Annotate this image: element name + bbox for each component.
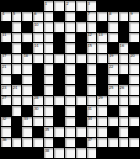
cell-r2c6 <box>54 12 64 22</box>
cell-r4c10[interactable]: 13 <box>97 33 107 43</box>
cell-r1c7[interactable]: 2 <box>65 1 75 11</box>
cell-r1c13 <box>129 1 139 11</box>
clue-number-25: 25 <box>109 86 113 90</box>
cell-r8c10 <box>97 75 107 85</box>
cell-r15c11 <box>108 148 118 158</box>
cell-r5c5[interactable] <box>44 43 54 53</box>
cell-r5c8 <box>76 43 86 53</box>
cell-r5c7[interactable] <box>65 43 75 53</box>
cell-r11c8 <box>76 106 86 116</box>
clue-number-21: 21 <box>2 65 6 69</box>
cell-r4c11[interactable] <box>108 33 118 43</box>
cell-r12c2 <box>12 117 22 127</box>
cell-r12c13[interactable] <box>129 117 139 127</box>
cell-r1c4 <box>33 1 43 11</box>
cell-r13c2 <box>12 127 22 137</box>
cell-r12c12[interactable] <box>119 117 129 127</box>
cell-r1c2 <box>12 1 22 11</box>
cell-r12c10[interactable] <box>97 117 107 127</box>
cell-r9c2[interactable]: 24 <box>12 85 22 95</box>
cell-r14c8 <box>76 138 86 148</box>
cell-r12c9[interactable]: 34 <box>87 117 97 127</box>
clue-number-22: 22 <box>109 65 113 69</box>
cell-r13c7[interactable] <box>65 127 75 137</box>
cell-r5c4[interactable]: 14 <box>33 43 43 53</box>
cell-r10c11[interactable] <box>108 96 118 106</box>
cell-r5c2[interactable] <box>12 43 22 53</box>
cell-r2c11[interactable]: 8 <box>108 12 118 22</box>
cell-r8c12 <box>119 75 129 85</box>
cell-r11c1 <box>1 106 11 116</box>
cell-r14c1[interactable]: 36 <box>1 138 11 148</box>
cell-r4c13[interactable] <box>129 33 139 43</box>
cell-r3c1 <box>1 22 11 32</box>
cell-r9c6 <box>54 85 64 95</box>
cell-r11c6 <box>54 106 64 116</box>
clue-number-6: 6 <box>34 12 36 16</box>
cell-r4c6 <box>54 33 64 43</box>
cell-r10c7[interactable] <box>65 96 75 106</box>
cell-r2c1[interactable]: 4 <box>1 12 11 22</box>
cell-r13c6[interactable] <box>54 127 64 137</box>
cell-r8c11[interactable] <box>108 75 118 85</box>
cell-r2c2[interactable]: 5 <box>12 12 22 22</box>
cell-r15c5[interactable]: 38 <box>44 148 54 158</box>
cell-r7c10 <box>97 64 107 74</box>
cell-r15c13 <box>129 148 139 158</box>
cell-r4c4[interactable] <box>33 33 43 43</box>
clue-number-24: 24 <box>13 86 17 90</box>
cell-r11c2[interactable] <box>12 106 22 116</box>
cell-r4c2[interactable] <box>12 33 22 43</box>
cell-r7c13[interactable] <box>129 64 139 74</box>
cell-r9c8 <box>76 85 86 95</box>
clue-number-35: 35 <box>45 128 49 132</box>
cell-r6c6[interactable] <box>54 54 64 64</box>
cell-r8c4 <box>33 75 43 85</box>
clue-number-27: 27 <box>2 96 6 100</box>
crossword-grid: 1234567891011121314151617181920212223242… <box>0 0 140 159</box>
cell-r13c8[interactable] <box>76 127 86 137</box>
cell-r1c11 <box>108 1 118 11</box>
cell-r8c5[interactable] <box>44 75 54 85</box>
cell-r2c12[interactable] <box>119 12 129 22</box>
cell-r10c4[interactable]: 28 <box>33 96 43 106</box>
cell-r12c6 <box>54 117 64 127</box>
clue-number-12: 12 <box>88 33 92 37</box>
cell-r7c4 <box>33 64 43 74</box>
cell-r8c2 <box>12 75 22 85</box>
cell-r9c9[interactable] <box>87 85 97 95</box>
clue-number-33: 33 <box>23 117 27 121</box>
cell-r14c12[interactable] <box>119 138 129 148</box>
cell-r2c4[interactable]: 6 <box>33 12 43 22</box>
cell-r9c3[interactable] <box>22 85 32 95</box>
cell-r11c12[interactable] <box>119 106 129 116</box>
cell-r6c9[interactable] <box>87 54 97 64</box>
cell-r9c11[interactable]: 25 <box>108 85 118 95</box>
clue-number-34: 34 <box>88 117 92 121</box>
cell-r13c4 <box>33 127 43 137</box>
clue-number-29: 29 <box>98 96 102 100</box>
cell-r3c8[interactable] <box>76 22 86 32</box>
clue-number-17: 17 <box>2 54 6 58</box>
cell-r15c9[interactable] <box>87 148 97 158</box>
cell-r9c13[interactable] <box>129 85 139 95</box>
clue-number-8: 8 <box>109 12 111 16</box>
cell-r5c13 <box>129 43 139 53</box>
cell-r8c1[interactable] <box>1 75 11 85</box>
cell-r13c12[interactable] <box>119 127 129 137</box>
cell-r6c8[interactable] <box>76 54 86 64</box>
cell-r12c11[interactable] <box>108 117 118 127</box>
cell-r8c8 <box>76 75 86 85</box>
cell-r6c7[interactable] <box>65 54 75 64</box>
cell-r2c13[interactable]: 9 <box>129 12 139 22</box>
cell-r10c10[interactable]: 29 <box>97 96 107 106</box>
cell-r8c13[interactable] <box>129 75 139 85</box>
cell-r5c6 <box>54 43 64 53</box>
cell-r1c12 <box>119 1 129 11</box>
cell-r7c8 <box>76 64 86 74</box>
cell-r6c4[interactable] <box>33 54 43 64</box>
cell-r6c3[interactable]: 18 <box>22 54 32 64</box>
cell-r3c11[interactable] <box>108 22 118 32</box>
cell-r4c1[interactable]: 11 <box>1 33 11 43</box>
cell-r6c2[interactable] <box>12 54 22 64</box>
cell-r8c3[interactable] <box>22 75 32 85</box>
cell-r2c10[interactable] <box>97 12 107 22</box>
cell-r3c5[interactable] <box>44 22 54 32</box>
cell-r7c5[interactable] <box>44 64 54 74</box>
cell-r5c11 <box>108 43 118 53</box>
cell-r1c10 <box>97 1 107 11</box>
cell-r1c6[interactable] <box>54 1 64 11</box>
cell-r4c7[interactable] <box>65 33 75 43</box>
clue-number-32: 32 <box>2 117 6 121</box>
cell-r8c6 <box>54 75 64 85</box>
cell-r2c7[interactable] <box>65 12 75 22</box>
cell-r2c3[interactable] <box>22 12 32 22</box>
cell-r10c6[interactable] <box>54 96 64 106</box>
clue-number-28: 28 <box>34 96 38 100</box>
cell-r1c9[interactable]: 3 <box>87 1 97 11</box>
cell-r4c8 <box>76 33 86 43</box>
cell-r5c3 <box>22 43 32 53</box>
cell-r3c12 <box>119 22 129 32</box>
clue-number-23: 23 <box>2 86 6 90</box>
cell-r14c2[interactable] <box>12 138 22 148</box>
cell-r6c11[interactable]: 19 <box>108 54 118 64</box>
cell-r6c12[interactable] <box>119 54 129 64</box>
cell-r11c7[interactable] <box>65 106 75 116</box>
cell-r11c3 <box>22 106 32 116</box>
cell-r15c2 <box>12 148 22 158</box>
cell-r14c5[interactable] <box>44 138 54 148</box>
cell-r13c10[interactable] <box>97 127 107 137</box>
cell-r3c13[interactable] <box>129 22 139 32</box>
clue-number-7: 7 <box>88 12 90 16</box>
cell-r11c5[interactable] <box>44 106 54 116</box>
clue-number-30: 30 <box>34 107 38 111</box>
cell-r6c5[interactable] <box>44 54 54 64</box>
clue-number-5: 5 <box>13 12 15 16</box>
clue-number-18: 18 <box>23 54 27 58</box>
cell-r8c7[interactable] <box>65 75 75 85</box>
cell-r3c9[interactable] <box>87 22 97 32</box>
cell-r7c2[interactable] <box>12 64 22 74</box>
cell-r11c9[interactable]: 31 <box>87 106 97 116</box>
cell-r5c9[interactable]: 15 <box>87 43 97 53</box>
cell-r12c3[interactable]: 33 <box>22 117 32 127</box>
clue-number-11: 11 <box>2 33 6 37</box>
cell-r2c9[interactable]: 7 <box>87 12 97 22</box>
cell-r11c11 <box>108 106 118 116</box>
cell-r15c12 <box>119 148 129 158</box>
cell-r14c6 <box>54 138 64 148</box>
cell-r1c3 <box>22 1 32 11</box>
clue-number-36: 36 <box>2 138 6 142</box>
clue-number-20: 20 <box>130 54 134 58</box>
cell-r13c9[interactable] <box>87 127 97 137</box>
cell-r15c4 <box>33 148 43 158</box>
cell-r15c7[interactable] <box>65 148 75 158</box>
cell-r4c12 <box>119 33 129 43</box>
cell-r11c13 <box>129 106 139 116</box>
cell-r2c8 <box>76 12 86 22</box>
cell-r3c7[interactable] <box>65 22 75 32</box>
cell-r3c10 <box>97 22 107 32</box>
clue-number-3: 3 <box>88 2 90 6</box>
clue-number-15: 15 <box>88 44 92 48</box>
cell-r9c4 <box>33 85 43 95</box>
cell-r15c3 <box>22 148 32 158</box>
cell-r9c12[interactable]: 26 <box>119 85 129 95</box>
clue-number-16: 16 <box>120 44 124 48</box>
cell-r12c8 <box>76 117 86 127</box>
cell-r9c7[interactable] <box>65 85 75 95</box>
cell-r7c12[interactable] <box>119 64 129 74</box>
cell-r12c7[interactable] <box>65 117 75 127</box>
cell-r15c6[interactable] <box>54 148 64 158</box>
cell-r9c10 <box>97 85 107 95</box>
clue-number-26: 26 <box>120 86 124 90</box>
cell-r10c13[interactable] <box>129 96 139 106</box>
clue-number-38: 38 <box>45 149 49 153</box>
cell-r11c4[interactable]: 30 <box>33 106 43 116</box>
cell-r1c1 <box>1 1 11 11</box>
cell-r11c10[interactable] <box>97 106 107 116</box>
cell-r12c5[interactable] <box>44 117 54 127</box>
cell-r14c7[interactable] <box>65 138 75 148</box>
cell-r3c4[interactable]: 10 <box>33 22 43 32</box>
cell-r4c9[interactable]: 12 <box>87 33 97 43</box>
cell-r15c1 <box>1 148 11 158</box>
cell-r7c3[interactable] <box>22 64 32 74</box>
cell-r10c3[interactable] <box>22 96 32 106</box>
cell-r7c6 <box>54 64 64 74</box>
crossword-screenshot: 1234567891011121314151617181920212223242… <box>0 0 140 159</box>
cell-r13c1[interactable] <box>1 127 11 137</box>
cell-r4c5[interactable] <box>44 33 54 43</box>
cell-r4c3[interactable] <box>22 33 32 43</box>
cell-r10c8[interactable] <box>76 96 86 106</box>
cell-r14c9[interactable]: 37 <box>87 138 97 148</box>
cell-r6c10[interactable] <box>97 54 107 64</box>
clue-number-37: 37 <box>88 138 92 142</box>
cell-r5c1 <box>1 43 11 53</box>
clue-number-31: 31 <box>88 107 92 111</box>
cell-r10c5[interactable] <box>44 96 54 106</box>
cell-r14c3[interactable] <box>22 138 32 148</box>
clue-number-14: 14 <box>34 44 38 48</box>
cell-r15c8[interactable] <box>76 148 86 158</box>
cell-r9c1[interactable]: 23 <box>1 85 11 95</box>
cell-r3c6[interactable] <box>54 22 64 32</box>
cell-r12c1[interactable]: 32 <box>1 117 11 127</box>
cell-r7c7[interactable] <box>65 64 75 74</box>
cell-r14c4[interactable] <box>33 138 43 148</box>
cell-r1c8[interactable] <box>76 1 86 11</box>
cell-r10c12[interactable] <box>119 96 129 106</box>
cell-r13c11 <box>108 127 118 137</box>
cell-r9c5[interactable] <box>44 85 54 95</box>
clue-number-13: 13 <box>98 33 102 37</box>
cell-r13c5[interactable]: 35 <box>44 127 54 137</box>
cell-r10c9[interactable] <box>87 96 97 106</box>
cell-r10c1[interactable]: 27 <box>1 96 11 106</box>
cell-r14c11[interactable] <box>108 138 118 148</box>
cell-r7c11[interactable]: 22 <box>108 64 118 74</box>
clue-number-19: 19 <box>109 54 113 58</box>
cell-r6c13[interactable]: 20 <box>129 54 139 64</box>
cell-r5c12[interactable]: 16 <box>119 43 129 53</box>
cell-r13c13 <box>129 127 139 137</box>
cell-r1c5[interactable]: 1 <box>44 1 54 11</box>
clue-number-9: 9 <box>130 12 132 16</box>
clue-number-4: 4 <box>2 12 4 16</box>
cell-r13c3[interactable] <box>22 127 32 137</box>
cell-r8c9[interactable] <box>87 75 97 85</box>
cell-r5c10[interactable] <box>97 43 107 53</box>
clue-number-2: 2 <box>66 2 68 6</box>
cell-r6c1[interactable]: 17 <box>1 54 11 64</box>
cell-r12c4[interactable] <box>33 117 43 127</box>
cell-r7c1[interactable]: 21 <box>1 64 11 74</box>
cell-r10c2[interactable] <box>12 96 22 106</box>
cell-r3c3 <box>22 22 32 32</box>
clue-number-1: 1 <box>45 2 47 6</box>
cell-r15c10 <box>97 148 107 158</box>
cell-r7c9[interactable] <box>87 64 97 74</box>
cell-r14c13[interactable] <box>129 138 139 148</box>
cell-r14c10[interactable] <box>97 138 107 148</box>
clue-number-10: 10 <box>34 23 38 27</box>
cell-r3c2[interactable] <box>12 22 22 32</box>
cell-r2c5[interactable] <box>44 12 54 22</box>
